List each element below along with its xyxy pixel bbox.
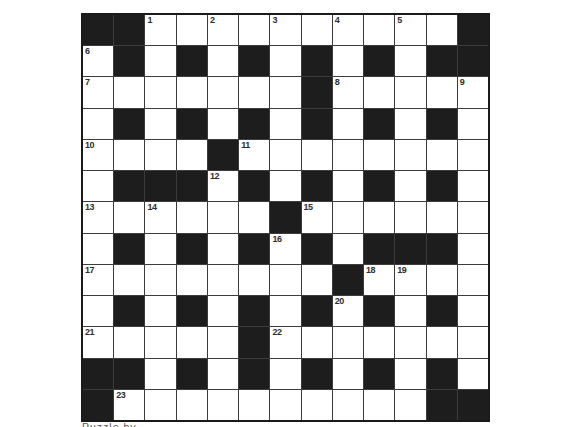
clue-number: 1	[147, 16, 152, 25]
white-cell[interactable]	[208, 77, 238, 107]
clue-number: 9	[460, 78, 465, 87]
black-cell	[239, 234, 269, 264]
black-cell	[83, 359, 113, 389]
white-cell[interactable]	[458, 140, 488, 170]
black-cell	[427, 109, 457, 139]
black-cell	[177, 46, 207, 76]
white-cell[interactable]: 16	[270, 234, 300, 264]
white-cell[interactable]	[458, 202, 488, 232]
clue-number: 12	[210, 172, 219, 181]
white-cell[interactable]	[239, 265, 269, 295]
white-cell[interactable]	[395, 140, 425, 170]
white-cell[interactable]	[145, 265, 175, 295]
white-cell[interactable]	[395, 109, 425, 139]
white-cell[interactable]	[145, 296, 175, 326]
black-cell	[114, 109, 144, 139]
white-cell[interactable]	[427, 265, 457, 295]
clue-number: 14	[147, 203, 156, 212]
white-cell[interactable]: 22	[270, 327, 300, 357]
black-cell	[270, 202, 300, 232]
black-cell	[114, 234, 144, 264]
white-cell[interactable]	[302, 390, 332, 420]
black-cell	[427, 359, 457, 389]
white-cell[interactable]	[177, 15, 207, 45]
white-cell[interactable]: 18	[364, 265, 394, 295]
white-cell[interactable]	[427, 15, 457, 45]
black-cell	[83, 15, 113, 45]
white-cell[interactable]	[114, 202, 144, 232]
clue-number: 13	[85, 203, 94, 212]
black-cell	[177, 171, 207, 201]
white-cell[interactable]	[177, 140, 207, 170]
white-cell[interactable]	[458, 327, 488, 357]
black-cell	[302, 109, 332, 139]
white-cell[interactable]	[208, 109, 238, 139]
black-cell	[364, 296, 394, 326]
white-cell[interactable]	[270, 140, 300, 170]
white-cell[interactable]	[302, 15, 332, 45]
white-cell[interactable]	[364, 327, 394, 357]
black-cell	[427, 171, 457, 201]
white-cell[interactable]	[302, 140, 332, 170]
white-cell[interactable]: 11	[239, 140, 269, 170]
black-cell	[302, 359, 332, 389]
white-cell[interactable]	[333, 109, 363, 139]
footer-caption: Puzzle by ...	[82, 421, 152, 427]
white-cell[interactable]: 8	[333, 77, 363, 107]
white-cell[interactable]	[333, 234, 363, 264]
white-cell[interactable]	[427, 77, 457, 107]
black-cell	[302, 296, 332, 326]
white-cell[interactable]	[208, 46, 238, 76]
black-cell	[239, 171, 269, 201]
white-cell[interactable]	[208, 327, 238, 357]
white-cell[interactable]	[364, 390, 394, 420]
white-cell[interactable]	[395, 77, 425, 107]
clue-number: 7	[85, 78, 90, 87]
white-cell[interactable]	[114, 327, 144, 357]
white-cell[interactable]	[302, 265, 332, 295]
white-cell[interactable]	[239, 202, 269, 232]
white-cell[interactable]	[395, 359, 425, 389]
white-cell[interactable]	[83, 296, 113, 326]
white-cell[interactable]	[364, 140, 394, 170]
black-cell	[364, 171, 394, 201]
white-cell[interactable]	[208, 265, 238, 295]
white-cell[interactable]: 15	[302, 202, 332, 232]
white-cell[interactable]	[302, 327, 332, 357]
white-cell[interactable]	[458, 359, 488, 389]
clue-number: 23	[116, 391, 125, 400]
black-cell	[364, 109, 394, 139]
black-cell	[208, 140, 238, 170]
white-cell[interactable]	[83, 109, 113, 139]
white-cell[interactable]	[145, 234, 175, 264]
black-cell	[239, 359, 269, 389]
white-cell[interactable]	[270, 109, 300, 139]
white-cell[interactable]	[333, 359, 363, 389]
black-cell	[114, 359, 144, 389]
white-cell[interactable]	[114, 265, 144, 295]
white-cell[interactable]	[333, 202, 363, 232]
white-cell[interactable]	[177, 202, 207, 232]
white-cell[interactable]	[270, 296, 300, 326]
white-cell[interactable]: 13	[83, 202, 113, 232]
white-cell[interactable]	[333, 327, 363, 357]
black-cell	[364, 46, 394, 76]
black-cell	[177, 234, 207, 264]
white-cell[interactable]	[270, 359, 300, 389]
white-cell[interactable]	[333, 140, 363, 170]
white-cell[interactable]	[458, 234, 488, 264]
white-cell[interactable]	[270, 171, 300, 201]
white-cell[interactable]	[458, 265, 488, 295]
clue-number: 4	[335, 16, 340, 25]
black-cell	[302, 46, 332, 76]
white-cell[interactable]	[364, 202, 394, 232]
black-cell	[177, 359, 207, 389]
white-cell[interactable]	[458, 109, 488, 139]
white-cell[interactable]: 1	[145, 15, 175, 45]
white-cell[interactable]	[395, 296, 425, 326]
black-cell	[83, 390, 113, 420]
white-cell[interactable]	[145, 140, 175, 170]
white-cell[interactable]	[145, 77, 175, 107]
white-cell[interactable]: 5	[395, 15, 425, 45]
white-cell[interactable]	[114, 140, 144, 170]
white-cell[interactable]: 14	[145, 202, 175, 232]
black-cell	[239, 296, 269, 326]
black-cell	[427, 46, 457, 76]
white-cell[interactable]	[208, 390, 238, 420]
clue-number: 20	[335, 297, 344, 306]
white-cell[interactable]	[270, 46, 300, 76]
black-cell	[114, 296, 144, 326]
black-cell	[458, 390, 488, 420]
white-cell[interactable]	[458, 171, 488, 201]
black-cell	[114, 15, 144, 45]
white-cell[interactable]	[239, 77, 269, 107]
white-cell[interactable]	[114, 77, 144, 107]
white-cell[interactable]	[208, 202, 238, 232]
white-cell[interactable]	[427, 327, 457, 357]
black-cell	[145, 171, 175, 201]
white-cell[interactable]	[83, 171, 113, 201]
white-cell[interactable]	[395, 327, 425, 357]
black-cell	[177, 296, 207, 326]
black-cell	[239, 109, 269, 139]
white-cell[interactable]	[177, 265, 207, 295]
white-cell[interactable]: 12	[208, 171, 238, 201]
white-cell[interactable]	[208, 359, 238, 389]
clue-number: 2	[210, 16, 215, 25]
white-cell[interactable]	[177, 77, 207, 107]
white-cell[interactable]	[427, 202, 457, 232]
white-cell[interactable]	[427, 140, 457, 170]
clue-number: 6	[85, 47, 90, 56]
white-cell[interactable]: 23	[114, 390, 144, 420]
black-cell	[239, 327, 269, 357]
black-cell	[302, 234, 332, 264]
white-cell[interactable]: 17	[83, 265, 113, 295]
black-cell	[364, 234, 394, 264]
white-cell[interactable]	[458, 296, 488, 326]
white-cell[interactable]: 21	[83, 327, 113, 357]
white-cell[interactable]	[177, 390, 207, 420]
clue-number: 11	[241, 141, 250, 150]
crossword-grid: 1234567891011121314151617181920212223	[81, 13, 490, 422]
clue-number: 16	[272, 235, 281, 244]
clue-number: 19	[397, 266, 406, 275]
white-cell[interactable]: 20	[333, 296, 363, 326]
clue-number: 17	[85, 266, 94, 275]
white-cell[interactable]	[145, 327, 175, 357]
white-cell[interactable]: 6	[83, 46, 113, 76]
white-cell[interactable]	[145, 359, 175, 389]
black-cell	[114, 171, 144, 201]
white-cell[interactable]	[364, 77, 394, 107]
white-cell[interactable]	[239, 15, 269, 45]
white-cell[interactable]: 4	[333, 15, 363, 45]
white-cell[interactable]	[83, 234, 113, 264]
clue-number: 10	[85, 141, 94, 150]
white-cell[interactable]	[395, 390, 425, 420]
white-cell[interactable]	[145, 46, 175, 76]
black-cell	[395, 234, 425, 264]
white-cell[interactable]	[208, 296, 238, 326]
white-cell[interactable]: 2	[208, 15, 238, 45]
page: { "game": "crossword", "grid_size": { "r…	[0, 0, 569, 427]
white-cell[interactable]	[145, 109, 175, 139]
white-cell[interactable]	[333, 171, 363, 201]
black-cell	[458, 15, 488, 45]
white-cell[interactable]: 3	[270, 15, 300, 45]
clue-number: 15	[304, 203, 313, 212]
white-cell[interactable]: 7	[83, 77, 113, 107]
black-cell	[177, 109, 207, 139]
white-cell[interactable]	[270, 77, 300, 107]
white-cell[interactable]	[333, 390, 363, 420]
white-cell[interactable]	[145, 390, 175, 420]
black-cell	[427, 296, 457, 326]
black-cell	[114, 46, 144, 76]
white-cell[interactable]	[364, 15, 394, 45]
black-cell	[458, 46, 488, 76]
clue-number: 8	[335, 78, 340, 87]
white-cell[interactable]	[395, 202, 425, 232]
white-cell[interactable]	[270, 390, 300, 420]
white-cell[interactable]: 10	[83, 140, 113, 170]
white-cell[interactable]	[395, 46, 425, 76]
clue-number: 21	[85, 328, 94, 337]
clue-number: 18	[366, 266, 375, 275]
black-cell	[302, 171, 332, 201]
white-cell[interactable]: 19	[395, 265, 425, 295]
white-cell[interactable]	[239, 390, 269, 420]
clue-number: 3	[272, 16, 277, 25]
clue-number: 22	[272, 328, 281, 337]
white-cell[interactable]: 9	[458, 77, 488, 107]
white-cell[interactable]	[333, 46, 363, 76]
black-cell	[364, 359, 394, 389]
white-cell[interactable]	[208, 234, 238, 264]
black-cell	[333, 265, 363, 295]
white-cell[interactable]	[395, 171, 425, 201]
black-cell	[239, 46, 269, 76]
black-cell	[302, 77, 332, 107]
white-cell[interactable]	[177, 327, 207, 357]
black-cell	[427, 234, 457, 264]
black-cell	[427, 390, 457, 420]
white-cell[interactable]	[270, 265, 300, 295]
clue-number: 5	[397, 16, 402, 25]
